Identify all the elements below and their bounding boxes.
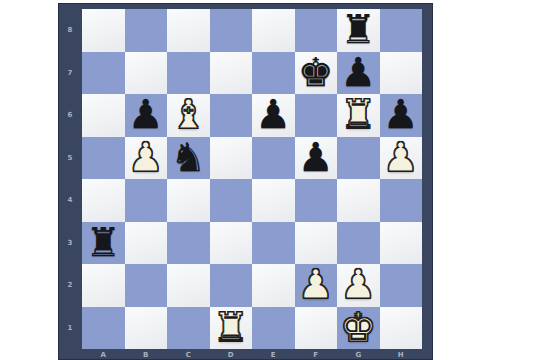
square-b6[interactable]: ♟ [125, 94, 168, 137]
square-f2[interactable]: ♟ [295, 264, 338, 307]
square-h6[interactable]: ♟ [380, 94, 423, 137]
piece-white-rook-d1[interactable]: ♜ [213, 306, 249, 349]
file-label-d: D [210, 349, 253, 360]
file-label-e: E [252, 349, 295, 360]
piece-white-rook-g6[interactable]: ♜ [340, 93, 376, 136]
square-e3[interactable] [252, 222, 295, 265]
square-c6[interactable]: ♝ [167, 94, 210, 137]
square-d2[interactable] [210, 264, 253, 307]
square-e7[interactable] [252, 52, 295, 95]
square-h2[interactable] [380, 264, 423, 307]
square-c7[interactable] [167, 52, 210, 95]
square-c5[interactable]: ♞ [167, 137, 210, 180]
square-d7[interactable] [210, 52, 253, 95]
square-g3[interactable] [337, 222, 380, 265]
square-g7[interactable]: ♟ [337, 52, 380, 95]
piece-white-pawn-f2[interactable]: ♟ [298, 263, 334, 306]
square-f8[interactable] [295, 9, 338, 52]
square-a7[interactable] [82, 52, 125, 95]
square-h8[interactable] [380, 9, 423, 52]
square-b8[interactable] [125, 9, 168, 52]
square-d1[interactable]: ♜ [210, 307, 253, 350]
square-d4[interactable] [210, 179, 253, 222]
file-label-h: H [380, 349, 423, 360]
square-a1[interactable] [82, 307, 125, 350]
square-a2[interactable] [82, 264, 125, 307]
rank-label-2: 2 [58, 264, 82, 307]
rank-label-7: 7 [58, 52, 82, 95]
file-labels: ABCDEFGH [82, 349, 422, 360]
square-f1[interactable] [295, 307, 338, 350]
square-g8[interactable]: ♜ [337, 9, 380, 52]
file-label-c: C [167, 349, 210, 360]
square-h5[interactable]: ♟ [380, 137, 423, 180]
square-e2[interactable] [252, 264, 295, 307]
piece-black-pawn-e6[interactable]: ♟ [255, 93, 291, 136]
square-a5[interactable] [82, 137, 125, 180]
square-h3[interactable] [380, 222, 423, 265]
piece-white-pawn-g2[interactable]: ♟ [340, 263, 376, 306]
square-a4[interactable] [82, 179, 125, 222]
square-f3[interactable] [295, 222, 338, 265]
square-c1[interactable] [167, 307, 210, 350]
piece-black-pawn-b6[interactable]: ♟ [128, 93, 164, 136]
square-e4[interactable] [252, 179, 295, 222]
rank-label-4: 4 [58, 179, 82, 222]
square-a8[interactable] [82, 9, 125, 52]
square-b3[interactable] [125, 222, 168, 265]
square-g5[interactable] [337, 137, 380, 180]
square-c2[interactable] [167, 264, 210, 307]
square-b4[interactable] [125, 179, 168, 222]
piece-white-pawn-h5[interactable]: ♟ [383, 136, 419, 179]
piece-black-king-f7[interactable]: ♚ [298, 51, 334, 94]
square-f7[interactable]: ♚ [295, 52, 338, 95]
piece-white-king-g1[interactable]: ♚ [340, 306, 376, 349]
rank-label-5: 5 [58, 137, 82, 180]
square-d6[interactable] [210, 94, 253, 137]
rank-label-1: 1 [58, 307, 82, 350]
chess-board: 87654321 ABCDEFGH ♜♚♟♟♝♟♜♟♟♞♟♟♜♟♟♜♚ [58, 3, 433, 360]
file-label-a: A [82, 349, 125, 360]
piece-black-pawn-f5[interactable]: ♟ [298, 136, 334, 179]
square-c3[interactable] [167, 222, 210, 265]
square-e6[interactable]: ♟ [252, 94, 295, 137]
square-h1[interactable] [380, 307, 423, 350]
square-h4[interactable] [380, 179, 423, 222]
square-b7[interactable] [125, 52, 168, 95]
piece-black-knight-c5[interactable]: ♞ [170, 136, 206, 179]
square-c8[interactable] [167, 9, 210, 52]
piece-black-rook-g8[interactable]: ♜ [340, 8, 376, 51]
square-f6[interactable] [295, 94, 338, 137]
square-g1[interactable]: ♚ [337, 307, 380, 350]
piece-black-rook-a3[interactable]: ♜ [85, 221, 121, 264]
square-e8[interactable] [252, 9, 295, 52]
rank-label-8: 8 [58, 9, 82, 52]
piece-white-bishop-c6[interactable]: ♝ [170, 93, 206, 136]
file-label-g: G [337, 349, 380, 360]
square-e1[interactable] [252, 307, 295, 350]
piece-black-pawn-h6[interactable]: ♟ [383, 93, 419, 136]
square-d3[interactable] [210, 222, 253, 265]
square-b5[interactable]: ♟ [125, 137, 168, 180]
square-d8[interactable] [210, 9, 253, 52]
square-b2[interactable] [125, 264, 168, 307]
square-a3[interactable]: ♜ [82, 222, 125, 265]
file-label-f: F [295, 349, 338, 360]
square-a6[interactable] [82, 94, 125, 137]
squares: ♜♚♟♟♝♟♜♟♟♞♟♟♜♟♟♜♚ [82, 9, 422, 349]
square-b1[interactable] [125, 307, 168, 350]
rank-label-3: 3 [58, 222, 82, 265]
square-g6[interactable]: ♜ [337, 94, 380, 137]
square-f5[interactable]: ♟ [295, 137, 338, 180]
square-d5[interactable] [210, 137, 253, 180]
square-g2[interactable]: ♟ [337, 264, 380, 307]
rank-labels: 87654321 [58, 9, 82, 349]
square-h7[interactable] [380, 52, 423, 95]
square-e5[interactable] [252, 137, 295, 180]
rank-label-6: 6 [58, 94, 82, 137]
piece-black-pawn-g7[interactable]: ♟ [340, 51, 376, 94]
square-c4[interactable] [167, 179, 210, 222]
square-f4[interactable] [295, 179, 338, 222]
piece-white-pawn-b5[interactable]: ♟ [128, 136, 164, 179]
square-g4[interactable] [337, 179, 380, 222]
file-label-b: B [125, 349, 168, 360]
